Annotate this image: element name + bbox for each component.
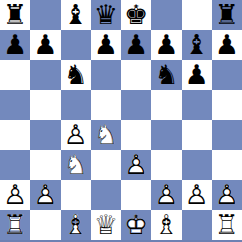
white-pawn: ♟♙: [212, 180, 242, 210]
square-b3[interactable]: [30, 150, 60, 180]
square-e4[interactable]: [121, 120, 151, 150]
square-d7[interactable]: ♟: [91, 30, 121, 60]
square-f6[interactable]: ♞: [151, 60, 181, 90]
white-pawn: ♟♙: [121, 150, 151, 180]
square-a7[interactable]: ♟: [0, 30, 30, 60]
square-c5[interactable]: [61, 90, 91, 120]
square-b1[interactable]: [30, 210, 60, 240]
square-g8[interactable]: [182, 0, 212, 30]
square-h4[interactable]: [212, 120, 242, 150]
black-pawn: ♟: [151, 30, 181, 60]
square-g5[interactable]: [182, 90, 212, 120]
square-e2[interactable]: [121, 180, 151, 210]
white-pawn: ♟♙: [30, 180, 60, 210]
white-pawn-outline: ♙: [61, 120, 91, 150]
white-queen: ♛♕: [91, 210, 121, 240]
white-rook: ♜♖: [212, 210, 242, 240]
white-queen-outline: ♕: [91, 210, 121, 240]
square-d4[interactable]: ♞♘: [91, 120, 121, 150]
white-rook-outline: ♖: [0, 210, 30, 240]
square-b4[interactable]: [30, 120, 60, 150]
square-c1[interactable]: ♝♗: [61, 210, 91, 240]
square-a8[interactable]: ♜: [0, 0, 30, 30]
black-bishop: ♝: [182, 30, 212, 60]
square-f8[interactable]: [151, 0, 181, 30]
square-h5[interactable]: [212, 90, 242, 120]
white-knight-outline: ♘: [91, 120, 121, 150]
white-bishop-outline: ♗: [151, 210, 181, 240]
white-pawn-outline: ♙: [182, 180, 212, 210]
black-pawn: ♟: [91, 30, 121, 60]
white-knight: ♞♘: [91, 120, 121, 150]
square-e3[interactable]: ♟♙: [121, 150, 151, 180]
square-c7[interactable]: [61, 30, 91, 60]
square-e5[interactable]: [121, 90, 151, 120]
square-c8[interactable]: ♝: [61, 0, 91, 30]
white-rook-outline: ♖: [212, 210, 242, 240]
white-pawn-outline: ♙: [151, 180, 181, 210]
square-a3[interactable]: [0, 150, 30, 180]
square-c3[interactable]: ♞♘: [61, 150, 91, 180]
square-g2[interactable]: ♟♙: [182, 180, 212, 210]
square-c4[interactable]: ♟♙: [61, 120, 91, 150]
square-d1[interactable]: ♛♕: [91, 210, 121, 240]
square-a4[interactable]: [0, 120, 30, 150]
square-g7[interactable]: ♝: [182, 30, 212, 60]
square-f2[interactable]: ♟♙: [151, 180, 181, 210]
white-pawn: ♟♙: [151, 180, 181, 210]
square-h8[interactable]: ♜: [212, 0, 242, 30]
square-b8[interactable]: [30, 0, 60, 30]
white-bishop: ♝♗: [61, 210, 91, 240]
white-bishop-outline: ♗: [61, 210, 91, 240]
square-c2[interactable]: [61, 180, 91, 210]
square-f7[interactable]: ♟: [151, 30, 181, 60]
square-e7[interactable]: ♟: [121, 30, 151, 60]
square-e1[interactable]: ♚♔: [121, 210, 151, 240]
black-rook: ♜: [212, 0, 242, 30]
black-rook: ♜: [0, 0, 30, 30]
white-pawn-outline: ♙: [0, 180, 30, 210]
square-e6[interactable]: [121, 60, 151, 90]
black-queen: ♛: [91, 0, 121, 30]
black-pawn: ♟: [30, 30, 60, 60]
square-h2[interactable]: ♟♙: [212, 180, 242, 210]
square-d3[interactable]: [91, 150, 121, 180]
white-rook: ♜♖: [0, 210, 30, 240]
square-e8[interactable]: ♚: [121, 0, 151, 30]
square-a1[interactable]: ♜♖: [0, 210, 30, 240]
square-f3[interactable]: [151, 150, 181, 180]
square-a5[interactable]: [0, 90, 30, 120]
square-f5[interactable]: [151, 90, 181, 120]
square-d8[interactable]: ♛: [91, 0, 121, 30]
square-g4[interactable]: [182, 120, 212, 150]
black-pawn: ♟: [182, 60, 212, 90]
square-a6[interactable]: [0, 60, 30, 90]
white-pawn-outline: ♙: [121, 150, 151, 180]
black-pawn: ♟: [121, 30, 151, 60]
square-b6[interactable]: [30, 60, 60, 90]
black-knight: ♞: [61, 60, 91, 90]
white-pawn: ♟♙: [61, 120, 91, 150]
square-b5[interactable]: [30, 90, 60, 120]
white-pawn-outline: ♙: [30, 180, 60, 210]
white-knight-outline: ♘: [61, 150, 91, 180]
square-h7[interactable]: ♟: [212, 30, 242, 60]
white-pawn: ♟♙: [182, 180, 212, 210]
square-d2[interactable]: [91, 180, 121, 210]
square-f4[interactable]: [151, 120, 181, 150]
square-h1[interactable]: ♜♖: [212, 210, 242, 240]
square-h6[interactable]: [212, 60, 242, 90]
black-king: ♚: [121, 0, 151, 30]
white-king: ♚♔: [121, 210, 151, 240]
square-d6[interactable]: [91, 60, 121, 90]
white-pawn-outline: ♙: [212, 180, 242, 210]
square-d5[interactable]: [91, 90, 121, 120]
black-bishop: ♝: [61, 0, 91, 30]
black-pawn: ♟: [0, 30, 30, 60]
square-g3[interactable]: [182, 150, 212, 180]
square-a2[interactable]: ♟♙: [0, 180, 30, 210]
square-f1[interactable]: ♝♗: [151, 210, 181, 240]
chess-board-wrap: ♜♝♛♚♜♟♟♟♟♟♝♟♞♞♟♟♙♞♘♞♘♟♙♟♙♟♙♟♙♟♙♟♙♜♖♝♗♛♕♚…: [0, 0, 242, 242]
square-c6[interactable]: ♞: [61, 60, 91, 90]
square-g1[interactable]: [182, 210, 212, 240]
black-pawn: ♟: [212, 30, 242, 60]
white-bishop: ♝♗: [151, 210, 181, 240]
square-b7[interactable]: ♟: [30, 30, 60, 60]
square-b2[interactable]: ♟♙: [30, 180, 60, 210]
chess-board: ♜♝♛♚♜♟♟♟♟♟♝♟♞♞♟♟♙♞♘♞♘♟♙♟♙♟♙♟♙♟♙♟♙♜♖♝♗♛♕♚…: [0, 0, 242, 242]
white-pawn: ♟♙: [0, 180, 30, 210]
white-knight: ♞♘: [61, 150, 91, 180]
square-h3[interactable]: [212, 150, 242, 180]
black-knight: ♞: [151, 60, 181, 90]
square-g6[interactable]: ♟: [182, 60, 212, 90]
white-king-outline: ♔: [121, 210, 151, 240]
